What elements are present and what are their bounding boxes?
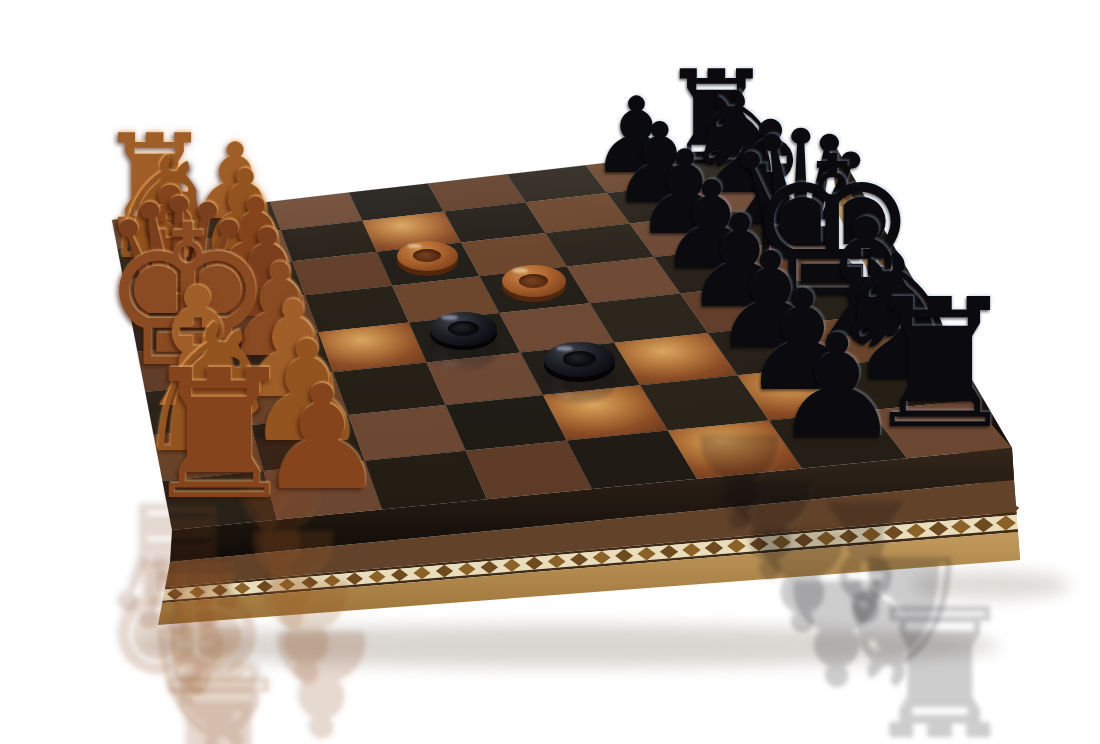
checker-spec — [512, 312, 527, 317]
checker-spec — [441, 361, 457, 366]
piece-amber-rook-h1[interactable]: ♜ — [139, 347, 299, 525]
checker-hole — [448, 321, 479, 336]
checker-amber-c4[interactable] — [397, 241, 458, 272]
checker-spec — [407, 285, 422, 290]
piece-black-pawn-h7[interactable]: ♟ — [772, 315, 901, 459]
chess-set-photo: ♜♜♞♞♝♝♛♛♚♚♝♝♞♞♜♜♟♟♟♟♟♟♟♟♟♟♟♟♟♟♟♟♜♜♞♞♝♝♛♛… — [0, 0, 1100, 744]
checker-hole — [519, 274, 549, 288]
piece-reflection: ♟ — [772, 560, 901, 704]
checker-hole — [563, 351, 596, 367]
checker-black-e4[interactable] — [430, 312, 498, 346]
pieces-layer: ♜♜♞♞♝♝♛♛♚♚♝♝♞♞♜♜♟♟♟♟♟♟♟♟♟♟♟♟♟♟♟♟♜♜♞♞♝♝♛♛… — [0, 0, 1100, 744]
checker-black-f5[interactable] — [544, 342, 615, 377]
checker-amber-d5[interactable] — [502, 265, 566, 297]
checker-spec — [556, 346, 573, 351]
piece-reflection: ♜ — [139, 650, 299, 744]
